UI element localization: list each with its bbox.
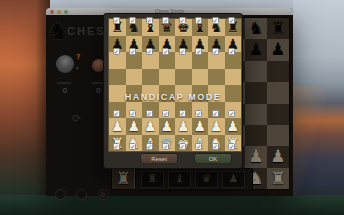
piece-checkbox[interactable]: ✓: [113, 17, 120, 24]
piece-checkbox[interactable]: ✓: [228, 143, 235, 150]
ok-button[interactable]: OK: [194, 153, 232, 164]
piece-checkbox[interactable]: ✓: [146, 110, 153, 117]
player-left-label: [57, 82, 71, 84]
piece-checkbox[interactable]: ✓: [146, 143, 153, 150]
piece-checkbox[interactable]: ✓: [113, 48, 120, 55]
black-piece: ♜: [267, 18, 289, 39]
round-button-1[interactable]: [55, 189, 66, 200]
white-piece: ♟: [245, 146, 267, 167]
rook-slot-icon[interactable]: ♜: [141, 171, 164, 188]
board-square: ♟: [192, 118, 209, 135]
white-piece: ♟: [175, 118, 192, 135]
piece-checkbox[interactable]: ✓: [162, 17, 169, 24]
board-square[interactable]: ♞: [245, 18, 267, 39]
board-square[interactable]: [267, 104, 289, 125]
board-square[interactable]: [267, 125, 289, 146]
reset-button[interactable]: Reset: [140, 153, 178, 164]
white-piece: ♟: [225, 118, 242, 135]
piece-checkbox[interactable]: ✓: [212, 48, 219, 55]
wallpaper-forest: [0, 195, 344, 215]
board-square: [142, 69, 159, 86]
board-square[interactable]: ♟: [267, 146, 289, 167]
board-square[interactable]: ♜: [112, 168, 134, 189]
board-square[interactable]: [245, 82, 267, 103]
board-square: ♟: [208, 118, 225, 135]
piece-checkbox[interactable]: ✓: [146, 48, 153, 55]
board-square: [192, 69, 209, 86]
piece-checkbox[interactable]: ✓: [113, 110, 120, 117]
piece-checkbox[interactable]: ✓: [129, 110, 136, 117]
piece-checkbox[interactable]: ✓: [212, 17, 219, 24]
queen-slot-icon[interactable]: ♛: [195, 171, 218, 188]
piece-checkbox[interactable]: ✓: [195, 110, 202, 117]
board-square[interactable]: ♟: [245, 39, 267, 60]
piece-tray: ♜♝♛♟: [135, 168, 253, 191]
chevron-down-icon[interactable]: ▾: [76, 65, 79, 71]
wallpaper-left-cliff: [0, 0, 50, 215]
piece-checkbox[interactable]: ✓: [212, 143, 219, 150]
pawn-slot-icon[interactable]: ♟: [222, 171, 245, 188]
white-piece: ♟: [267, 146, 289, 167]
piece-checkbox[interactable]: ✓: [228, 48, 235, 55]
board-square: [225, 69, 242, 86]
piece-checkbox[interactable]: ✓: [146, 17, 153, 24]
piece-checkbox[interactable]: ✓: [228, 110, 235, 117]
board-square[interactable]: ♟: [267, 39, 289, 60]
piece-checkbox[interactable]: ✓: [162, 143, 169, 150]
piece-checkbox[interactable]: ✓: [162, 48, 169, 55]
piece-checkbox[interactable]: ✓: [212, 110, 219, 117]
piece-checkbox[interactable]: ✓: [179, 110, 186, 117]
board-square[interactable]: [245, 125, 267, 146]
round-button-2[interactable]: [76, 189, 87, 200]
handicap-setup-board: ♜♞♝♛♚♝♞♜♟♟♟♟♟♟♟♟♟♟♟♟♟♟♟♟♜♞♝♛♚♝♞♜: [108, 18, 242, 152]
black-piece: ♞: [245, 18, 267, 39]
handicap-heading: HANDICAP MODE: [104, 92, 242, 102]
board-square: ♟: [109, 118, 126, 135]
white-piece: ♜: [112, 168, 134, 189]
piece-checkbox[interactable]: ✓: [113, 143, 120, 150]
white-piece: ♟: [208, 118, 225, 135]
board-square[interactable]: ♜: [267, 18, 289, 39]
black-piece: ♟: [267, 39, 289, 60]
piece-checkbox[interactable]: ✓: [195, 143, 202, 150]
piece-checkbox[interactable]: ✓: [179, 143, 186, 150]
board-square: ♟: [126, 118, 143, 135]
board-square: ♟: [175, 118, 192, 135]
bishop-slot-icon[interactable]: ♝: [168, 171, 191, 188]
piece-checkbox[interactable]: ✓: [195, 17, 202, 24]
piece-checkbox[interactable]: ✓: [129, 143, 136, 150]
help-badge[interactable]: ?: [76, 53, 80, 60]
black-piece: ♟: [245, 39, 267, 60]
player-left-score: 0: [56, 86, 74, 95]
piece-checkbox[interactable]: ✓: [129, 48, 136, 55]
piece-checkbox[interactable]: ✓: [129, 17, 136, 24]
piece-checkbox[interactable]: ✓: [228, 17, 235, 24]
desktop: Chess Single ♞ CHESS ? ▾ 0 0 ⟳ ⚙ ♜♞♝♛♚♝♞…: [0, 0, 344, 215]
handicap-dialog: ♜♞♝♛♚♝♞♜♟♟♟♟♟♟♟♟♟♟♟♟♟♟♟♟♜♞♝♛♚♝♞♜ ✓✓✓✓✓✓✓…: [103, 13, 243, 169]
settings-gear-button[interactable]: ⚙: [98, 189, 109, 200]
board-square[interactable]: ♜: [267, 168, 289, 189]
board-square: [126, 69, 143, 86]
white-piece: ♟: [142, 118, 159, 135]
piece-checkbox[interactable]: ✓: [162, 110, 169, 117]
board-square: [109, 69, 126, 86]
board-square[interactable]: [267, 82, 289, 103]
white-piece: ♜: [267, 168, 289, 189]
board-square: [159, 69, 176, 86]
wallpaper-right-mountain: [293, 0, 344, 215]
rotate-icon[interactable]: ⟳: [72, 112, 81, 125]
board-square[interactable]: [267, 61, 289, 82]
white-piece: ♟: [109, 118, 126, 135]
left-panel: ♞ CHESS ? ▾ 0 0 ⟳ ⚙: [46, 15, 110, 196]
board-square[interactable]: ♟: [245, 146, 267, 167]
piece-checkbox[interactable]: ✓: [179, 48, 186, 55]
board-square: [175, 69, 192, 86]
board-square: [208, 69, 225, 86]
board-square: ♟: [225, 118, 242, 135]
board-square[interactable]: [245, 61, 267, 82]
white-piece: ♟: [159, 118, 176, 135]
piece-checkbox[interactable]: ✓: [195, 48, 202, 55]
board-square: ♟: [142, 118, 159, 135]
piece-checkbox[interactable]: ✓: [179, 17, 186, 24]
white-piece: ♟: [126, 118, 143, 135]
player-avatar-left[interactable]: [56, 55, 74, 73]
white-piece: ♟: [192, 118, 209, 135]
board-square: ♟: [159, 118, 176, 135]
board-square[interactable]: [245, 104, 267, 125]
